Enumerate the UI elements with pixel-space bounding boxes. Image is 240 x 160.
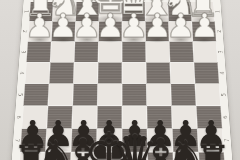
black-rook-a8[interactable]: ♜: [194, 140, 231, 160]
square-c4[interactable]: [146, 62, 171, 83]
rank-label-right-5: 5: [211, 91, 236, 98]
rank-label-left-5: 5: [8, 91, 33, 98]
rank-label-left-4: 4: [10, 70, 35, 76]
white-pawn-a2[interactable]: ♟: [190, 9, 220, 42]
rank-label-left-3: 3: [11, 49, 35, 55]
chess-photo-scene: 1122334455667788 ♜♞♝♚♛♝♞♜♟♟♟♟♟♟♟♟♟♟♟♟♟♟♟…: [0, 0, 240, 160]
square-c5[interactable]: [146, 84, 171, 106]
square-d4[interactable]: [122, 62, 146, 83]
rank-label-right-4: 4: [210, 70, 235, 76]
rank-label-right-3: 3: [209, 49, 233, 55]
square-f4[interactable]: [73, 62, 98, 83]
square-e4[interactable]: [98, 62, 122, 83]
square-g5[interactable]: [48, 84, 73, 106]
square-f5[interactable]: [73, 84, 98, 106]
square-b4[interactable]: [170, 62, 195, 83]
square-e5[interactable]: [97, 84, 122, 106]
square-d5[interactable]: [122, 84, 147, 106]
square-b5[interactable]: [171, 84, 196, 106]
square-g4[interactable]: [49, 62, 74, 83]
